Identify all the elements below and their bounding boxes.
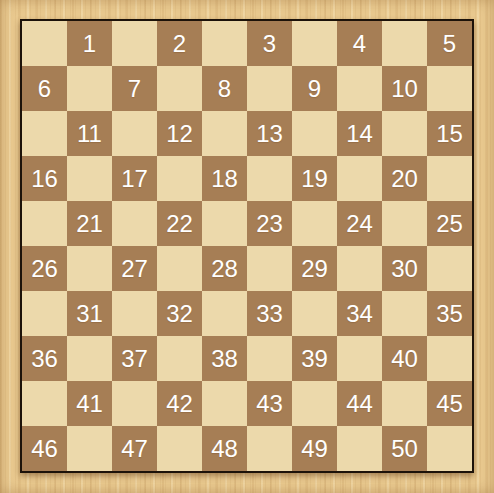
board-square-light-r8c4 bbox=[157, 336, 202, 381]
board-square-light-r7c3 bbox=[112, 291, 157, 336]
draughts-board: 1234567891011121314151617181920212223242… bbox=[20, 19, 474, 473]
board-square-41[interactable]: 41 bbox=[67, 381, 112, 426]
square-number-label: 9 bbox=[308, 77, 321, 101]
square-number-label: 47 bbox=[121, 437, 148, 461]
board-square-12[interactable]: 12 bbox=[157, 111, 202, 156]
board-square-17[interactable]: 17 bbox=[112, 156, 157, 201]
board-square-light-r7c5 bbox=[202, 291, 247, 336]
board-square-5[interactable]: 5 bbox=[427, 21, 472, 66]
board-square-24[interactable]: 24 bbox=[337, 201, 382, 246]
board-square-16[interactable]: 16 bbox=[22, 156, 67, 201]
board-square-light-r8c10 bbox=[427, 336, 472, 381]
square-number-label: 40 bbox=[391, 347, 418, 371]
square-number-label: 1 bbox=[83, 32, 96, 56]
square-number-label: 22 bbox=[166, 212, 193, 236]
square-number-label: 31 bbox=[76, 302, 103, 326]
board-square-light-r4c10 bbox=[427, 156, 472, 201]
board-square-42[interactable]: 42 bbox=[157, 381, 202, 426]
board-square-35[interactable]: 35 bbox=[427, 291, 472, 336]
board-square-40[interactable]: 40 bbox=[382, 336, 427, 381]
board-square-light-r2c6 bbox=[247, 66, 292, 111]
square-number-label: 26 bbox=[31, 257, 58, 281]
board-square-25[interactable]: 25 bbox=[427, 201, 472, 246]
square-number-label: 27 bbox=[121, 257, 148, 281]
square-number-label: 42 bbox=[166, 392, 193, 416]
board-square-light-r7c1 bbox=[22, 291, 67, 336]
board-square-29[interactable]: 29 bbox=[292, 246, 337, 291]
square-number-label: 29 bbox=[301, 257, 328, 281]
board-square-light-r10c2 bbox=[67, 426, 112, 471]
board-square-light-r10c10 bbox=[427, 426, 472, 471]
board-square-light-r1c5 bbox=[202, 21, 247, 66]
board-square-light-r1c9 bbox=[382, 21, 427, 66]
square-number-label: 28 bbox=[211, 257, 238, 281]
square-number-label: 2 bbox=[173, 32, 186, 56]
square-number-label: 48 bbox=[211, 437, 238, 461]
square-number-label: 43 bbox=[256, 392, 283, 416]
board-square-38[interactable]: 38 bbox=[202, 336, 247, 381]
board-square-20[interactable]: 20 bbox=[382, 156, 427, 201]
board-square-light-r9c1 bbox=[22, 381, 67, 426]
square-number-label: 50 bbox=[391, 437, 418, 461]
square-number-label: 34 bbox=[346, 302, 373, 326]
board-square-23[interactable]: 23 bbox=[247, 201, 292, 246]
board-square-light-r5c1 bbox=[22, 201, 67, 246]
board-square-light-r4c2 bbox=[67, 156, 112, 201]
square-number-label: 23 bbox=[256, 212, 283, 236]
board-square-light-r4c4 bbox=[157, 156, 202, 201]
square-number-label: 6 bbox=[38, 77, 51, 101]
board-square-light-r10c8 bbox=[337, 426, 382, 471]
board-square-31[interactable]: 31 bbox=[67, 291, 112, 336]
board-square-4[interactable]: 4 bbox=[337, 21, 382, 66]
square-number-label: 20 bbox=[391, 167, 418, 191]
square-number-label: 8 bbox=[218, 77, 231, 101]
board-square-light-r9c9 bbox=[382, 381, 427, 426]
board-square-44[interactable]: 44 bbox=[337, 381, 382, 426]
square-number-label: 49 bbox=[301, 437, 328, 461]
board-square-50[interactable]: 50 bbox=[382, 426, 427, 471]
board-square-light-r7c7 bbox=[292, 291, 337, 336]
square-number-label: 30 bbox=[391, 257, 418, 281]
board-square-light-r6c2 bbox=[67, 246, 112, 291]
board-square-21[interactable]: 21 bbox=[67, 201, 112, 246]
board-square-light-r1c7 bbox=[292, 21, 337, 66]
board-square-45[interactable]: 45 bbox=[427, 381, 472, 426]
square-number-label: 7 bbox=[128, 77, 141, 101]
square-number-label: 24 bbox=[346, 212, 373, 236]
board-square-light-r4c6 bbox=[247, 156, 292, 201]
board-square-light-r10c4 bbox=[157, 426, 202, 471]
board-square-light-r3c1 bbox=[22, 111, 67, 156]
board-square-3[interactable]: 3 bbox=[247, 21, 292, 66]
square-number-label: 32 bbox=[166, 302, 193, 326]
board-square-light-r3c3 bbox=[112, 111, 157, 156]
board-square-light-r4c8 bbox=[337, 156, 382, 201]
board-square-47[interactable]: 47 bbox=[112, 426, 157, 471]
board-square-37[interactable]: 37 bbox=[112, 336, 157, 381]
board-square-15[interactable]: 15 bbox=[427, 111, 472, 156]
square-number-label: 11 bbox=[77, 122, 102, 146]
board-square-light-r9c3 bbox=[112, 381, 157, 426]
square-number-label: 46 bbox=[31, 437, 58, 461]
square-number-label: 17 bbox=[121, 167, 148, 191]
board-square-27[interactable]: 27 bbox=[112, 246, 157, 291]
board-square-8[interactable]: 8 bbox=[202, 66, 247, 111]
board-square-light-r5c9 bbox=[382, 201, 427, 246]
square-number-label: 33 bbox=[256, 302, 283, 326]
square-number-label: 16 bbox=[31, 167, 58, 191]
board-square-46[interactable]: 46 bbox=[22, 426, 67, 471]
board-square-9[interactable]: 9 bbox=[292, 66, 337, 111]
board-square-light-r3c5 bbox=[202, 111, 247, 156]
square-number-label: 35 bbox=[436, 302, 463, 326]
board-square-light-r2c8 bbox=[337, 66, 382, 111]
board-square-13[interactable]: 13 bbox=[247, 111, 292, 156]
board-square-28[interactable]: 28 bbox=[202, 246, 247, 291]
board-square-light-r3c7 bbox=[292, 111, 337, 156]
square-number-label: 19 bbox=[301, 167, 328, 191]
board-square-26[interactable]: 26 bbox=[22, 246, 67, 291]
board-square-43[interactable]: 43 bbox=[247, 381, 292, 426]
board-square-34[interactable]: 34 bbox=[337, 291, 382, 336]
board-square-light-r1c1 bbox=[22, 21, 67, 66]
board-square-light-r8c8 bbox=[337, 336, 382, 381]
square-number-label: 4 bbox=[353, 32, 366, 56]
board-square-48[interactable]: 48 bbox=[202, 426, 247, 471]
board-square-14[interactable]: 14 bbox=[337, 111, 382, 156]
square-number-label: 39 bbox=[301, 347, 328, 371]
board-square-light-r8c6 bbox=[247, 336, 292, 381]
board-square-10[interactable]: 10 bbox=[382, 66, 427, 111]
square-number-label: 36 bbox=[31, 347, 58, 371]
board-square-light-r1c3 bbox=[112, 21, 157, 66]
board-square-19[interactable]: 19 bbox=[292, 156, 337, 201]
square-number-label: 13 bbox=[256, 122, 283, 146]
board-square-light-r5c5 bbox=[202, 201, 247, 246]
square-number-label: 37 bbox=[121, 347, 148, 371]
board-square-light-r8c2 bbox=[67, 336, 112, 381]
square-number-label: 25 bbox=[436, 212, 463, 236]
square-number-label: 44 bbox=[346, 392, 373, 416]
board-square-7[interactable]: 7 bbox=[112, 66, 157, 111]
square-number-label: 41 bbox=[76, 392, 103, 416]
board-square-light-r10c6 bbox=[247, 426, 292, 471]
square-number-label: 21 bbox=[76, 212, 103, 236]
board-square-39[interactable]: 39 bbox=[292, 336, 337, 381]
square-number-label: 38 bbox=[211, 347, 238, 371]
board-square-light-r6c8 bbox=[337, 246, 382, 291]
square-number-label: 5 bbox=[443, 32, 456, 56]
board-square-light-r6c6 bbox=[247, 246, 292, 291]
board-square-light-r7c9 bbox=[382, 291, 427, 336]
board-square-36[interactable]: 36 bbox=[22, 336, 67, 381]
square-number-label: 15 bbox=[436, 122, 463, 146]
board-square-1[interactable]: 1 bbox=[67, 21, 112, 66]
square-number-label: 14 bbox=[346, 122, 373, 146]
board-square-32[interactable]: 32 bbox=[157, 291, 202, 336]
board-square-light-r5c7 bbox=[292, 201, 337, 246]
board-square-6[interactable]: 6 bbox=[22, 66, 67, 111]
board-square-11[interactable]: 11 bbox=[67, 111, 112, 156]
board-square-33[interactable]: 33 bbox=[247, 291, 292, 336]
board-square-light-r2c4 bbox=[157, 66, 202, 111]
board-square-light-r3c9 bbox=[382, 111, 427, 156]
board-square-49[interactable]: 49 bbox=[292, 426, 337, 471]
square-number-label: 18 bbox=[211, 167, 238, 191]
square-number-label: 3 bbox=[263, 32, 276, 56]
board-square-18[interactable]: 18 bbox=[202, 156, 247, 201]
square-number-label: 10 bbox=[391, 77, 418, 101]
board-square-light-r9c7 bbox=[292, 381, 337, 426]
board-square-light-r2c10 bbox=[427, 66, 472, 111]
board-square-22[interactable]: 22 bbox=[157, 201, 202, 246]
board-square-light-r6c4 bbox=[157, 246, 202, 291]
board-square-30[interactable]: 30 bbox=[382, 246, 427, 291]
board-square-2[interactable]: 2 bbox=[157, 21, 202, 66]
board-square-light-r9c5 bbox=[202, 381, 247, 426]
board-square-light-r2c2 bbox=[67, 66, 112, 111]
board-square-light-r5c3 bbox=[112, 201, 157, 246]
square-number-label: 45 bbox=[436, 392, 463, 416]
board-square-light-r6c10 bbox=[427, 246, 472, 291]
square-number-label: 12 bbox=[166, 122, 193, 146]
